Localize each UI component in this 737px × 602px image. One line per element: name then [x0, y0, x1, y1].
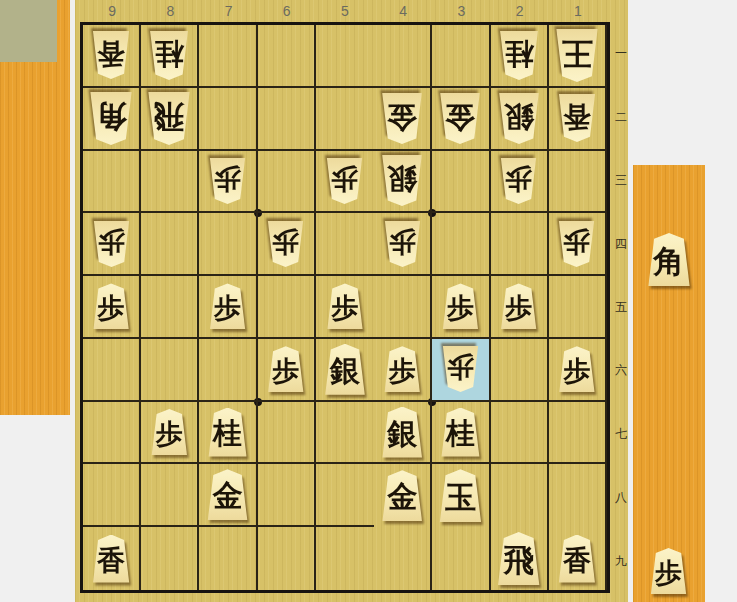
rank-label-4: 四: [611, 212, 631, 275]
board-cell-2-7[interactable]: [491, 402, 549, 465]
board-cell-6-1[interactable]: [258, 25, 316, 88]
piece-kanji: 歩: [648, 548, 689, 594]
file-label-1: 1: [549, 1, 607, 21]
shogi-piece-sente-pawn[interactable]: 歩: [382, 346, 423, 392]
board-cell-4-6[interactable]: 歩: [374, 339, 432, 402]
board-cell-5-3[interactable]: 歩: [316, 151, 374, 214]
piece-kanji: 桂: [147, 31, 191, 80]
shogi-piece-gote-pawn[interactable]: 歩: [91, 221, 132, 267]
shogi-piece-gote-pawn[interactable]: 歩: [207, 158, 248, 204]
board-cell-9-6[interactable]: [83, 339, 141, 402]
board-cell-2-6[interactable]: [491, 339, 549, 402]
board-cell-1-7[interactable]: [549, 402, 607, 465]
piece-kanji: 歩: [440, 346, 481, 392]
board-cell-3-4[interactable]: [432, 213, 490, 276]
board-cell-3-6[interactable]: 歩: [432, 339, 490, 402]
shogi-piece-gote-pawn[interactable]: 歩: [324, 158, 365, 204]
shogi-piece-sente-silver[interactable]: 銀: [379, 407, 425, 458]
hand-piece-sente-bishop[interactable]: 角: [645, 233, 693, 286]
shogi-piece-sente-knight[interactable]: 桂: [438, 408, 482, 457]
piece-kanji: 歩: [91, 283, 132, 329]
piece-kanji: 銀: [379, 155, 425, 206]
board-cell-8-4[interactable]: [141, 213, 199, 276]
board-cell-9-8[interactable]: [83, 464, 141, 527]
board-cell-7-6[interactable]: [199, 339, 257, 402]
board-cell-9-4[interactable]: 歩: [83, 213, 141, 276]
board-cell-7-3[interactable]: 歩: [199, 151, 257, 214]
file-label-3: 3: [432, 1, 490, 21]
file-label-2: 2: [491, 1, 549, 21]
board-cell-5-1[interactable]: [316, 25, 374, 88]
board-cell-3-9[interactable]: [432, 527, 490, 590]
board-cell-1-3[interactable]: [549, 151, 607, 214]
board-cell-1-2[interactable]: 香: [549, 88, 607, 151]
piece-kanji: 歩: [440, 283, 481, 329]
piece-kanji: 銀: [379, 407, 425, 458]
shogi-piece-gote-king[interactable]: 王: [553, 29, 601, 82]
piece-kanji: 香: [90, 31, 132, 79]
piece-kanji: 香: [556, 94, 598, 142]
board-panel: 987654321 一二三四五六七八九 香桂桂王角飛金金銀香歩歩銀歩歩歩歩歩歩歩…: [75, 0, 628, 602]
shogi-piece-gote-knight[interactable]: 桂: [497, 31, 541, 80]
shogi-piece-gote-pawn[interactable]: 歩: [382, 221, 423, 267]
board-cell-1-6[interactable]: 歩: [549, 339, 607, 402]
file-label-7: 7: [199, 1, 257, 21]
board-cell-7-8[interactable]: 金: [199, 464, 257, 527]
shogi-piece-gote-pawn[interactable]: 歩: [440, 346, 481, 392]
file-label-6: 6: [258, 1, 316, 21]
piece-kanji: 歩: [498, 283, 539, 329]
board-cell-3-5[interactable]: 歩: [432, 276, 490, 339]
piece-kanji: 歩: [265, 346, 306, 392]
board-cell-7-9[interactable]: [199, 527, 257, 590]
piece-kanji: 金: [379, 470, 425, 521]
piece-kanji: 歩: [207, 283, 248, 329]
shogi-piece-sente-lance[interactable]: 香: [556, 535, 598, 583]
shogi-piece-sente-pawn[interactable]: 歩: [440, 283, 481, 329]
shogi-piece-sente-lance[interactable]: 香: [90, 535, 132, 583]
piece-kanji: 歩: [265, 221, 306, 267]
board-cell-8-1[interactable]: 桂: [141, 25, 199, 88]
shogi-piece-sente-pawn[interactable]: 歩: [556, 346, 597, 392]
piece-kanji: 香: [90, 535, 132, 583]
piece-kanji: 歩: [498, 158, 539, 204]
shogi-piece-gote-lance[interactable]: 香: [556, 94, 598, 142]
gote-hand-tray: [0, 0, 70, 415]
piece-kanji: 歩: [207, 158, 248, 204]
piece-kanji: 玉: [436, 469, 484, 522]
board-cell-6-6[interactable]: 歩: [258, 339, 316, 402]
shogi-piece-gote-pawn[interactable]: 歩: [556, 221, 597, 267]
board-cell-6-8[interactable]: [258, 464, 316, 527]
board-cell-4-3[interactable]: 銀: [374, 151, 432, 214]
shogi-piece-gote-gold[interactable]: 金: [437, 93, 483, 144]
board-cell-7-2[interactable]: [199, 88, 257, 151]
piece-kanji: 歩: [556, 221, 597, 267]
piece-kanji: 桂: [206, 408, 250, 457]
board-cell-9-1[interactable]: 香: [83, 25, 141, 88]
piece-kanji: 歩: [324, 158, 365, 204]
board-cell-2-9[interactable]: 飛: [491, 527, 549, 590]
shogi-piece-sente-pawn[interactable]: 歩: [265, 346, 306, 392]
shogi-piece-sente-rook[interactable]: 飛: [495, 532, 543, 585]
board-cell-6-4[interactable]: 歩: [258, 213, 316, 276]
piece-kanji: 歩: [324, 283, 365, 329]
board-cell-5-7[interactable]: [316, 402, 374, 465]
piece-kanji: 金: [379, 93, 425, 144]
piece-kanji: 歩: [556, 346, 597, 392]
rank-label-9: 九: [611, 530, 631, 593]
board-cell-9-9[interactable]: 香: [83, 527, 141, 590]
shogi-piece-gote-silver[interactable]: 銀: [496, 93, 542, 144]
board-cell-9-3[interactable]: [83, 151, 141, 214]
piece-kanji: 桂: [438, 408, 482, 457]
shogi-piece-sente-pawn[interactable]: 歩: [324, 283, 365, 329]
board-cell-6-2[interactable]: [258, 88, 316, 151]
board-cell-6-5[interactable]: [258, 276, 316, 339]
board-cell-6-9[interactable]: [258, 527, 316, 590]
shogi-piece-gote-pawn[interactable]: 歩: [265, 221, 306, 267]
board-cell-5-5[interactable]: 歩: [316, 276, 374, 339]
board-cell-5-6[interactable]: 銀: [316, 339, 374, 402]
board-cell-2-5[interactable]: 歩: [491, 276, 549, 339]
shogi-piece-sente-king[interactable]: 玉: [436, 469, 484, 522]
board-cell-4-2[interactable]: 金: [374, 88, 432, 151]
shogi-piece-gote-rook[interactable]: 飛: [145, 92, 193, 145]
file-label-4: 4: [374, 1, 432, 21]
shogi-piece-sente-pawn[interactable]: 歩: [207, 283, 248, 329]
sente-hand-tray: 角歩: [633, 165, 705, 602]
file-label-9: 9: [83, 1, 141, 21]
shogi-app: 987654321 一二三四五六七八九 香桂桂王角飛金金銀香歩歩銀歩歩歩歩歩歩歩…: [0, 0, 737, 602]
shogi-piece-sente-gold[interactable]: 金: [379, 470, 425, 521]
shogi-piece-sente-pawn[interactable]: 歩: [149, 409, 190, 455]
piece-kanji: 飛: [495, 532, 543, 585]
board-cell-1-8[interactable]: [549, 464, 607, 527]
board-cell-7-1[interactable]: [199, 25, 257, 88]
board-cell-8-7[interactable]: 歩: [141, 402, 199, 465]
shogi-piece-gote-lance[interactable]: 香: [90, 31, 132, 79]
piece-kanji: 桂: [497, 31, 541, 80]
board-cell-2-3[interactable]: 歩: [491, 151, 549, 214]
shogi-piece-gote-silver[interactable]: 銀: [379, 155, 425, 206]
board-cell-3-7[interactable]: 桂: [432, 402, 490, 465]
file-labels: 987654321: [83, 1, 607, 21]
board-cell-3-2[interactable]: 金: [432, 88, 490, 151]
board-cell-8-2[interactable]: 飛: [141, 88, 199, 151]
board-cell-6-3[interactable]: [258, 151, 316, 214]
piece-kanji: 王: [553, 29, 601, 82]
board-cell-3-3[interactable]: [432, 151, 490, 214]
piece-kanji: 角: [645, 233, 693, 286]
board-cell-2-2[interactable]: 銀: [491, 88, 549, 151]
shogi-piece-gote-bishop[interactable]: 角: [87, 92, 135, 145]
piece-kanji: 金: [437, 93, 483, 144]
shogi-piece-sente-pawn[interactable]: 歩: [91, 283, 132, 329]
board-cell-9-7[interactable]: [83, 402, 141, 465]
board-cell-9-2[interactable]: 角: [83, 88, 141, 151]
board-cell-5-4[interactable]: [316, 213, 374, 276]
shogi-piece-gote-pawn[interactable]: 歩: [498, 158, 539, 204]
board-cell-7-4[interactable]: [199, 213, 257, 276]
board-cell-3-8[interactable]: 玉: [432, 464, 490, 527]
rank-label-6: 六: [611, 339, 631, 402]
piece-kanji: 歩: [382, 346, 423, 392]
board-cell-3-1[interactable]: [432, 25, 490, 88]
board-cell-8-8[interactable]: [141, 464, 199, 527]
shogi-piece-sente-silver[interactable]: 銀: [322, 344, 368, 395]
board-cell-1-5[interactable]: [549, 276, 607, 339]
board-cell-7-7[interactable]: 桂: [199, 402, 257, 465]
shogi-piece-sente-knight[interactable]: 桂: [206, 408, 250, 457]
board-cell-2-1[interactable]: 桂: [491, 25, 549, 88]
piece-kanji: 歩: [382, 221, 423, 267]
shogi-piece-gote-knight[interactable]: 桂: [147, 31, 191, 80]
piece-kanji: 香: [556, 535, 598, 583]
board-cell-4-1[interactable]: [374, 25, 432, 88]
board-cell-6-7[interactable]: [258, 402, 316, 465]
rank-label-7: 七: [611, 403, 631, 466]
piece-kanji: 飛: [145, 92, 193, 145]
board-cell-4-4[interactable]: 歩: [374, 213, 432, 276]
board-cell-2-4[interactable]: [491, 213, 549, 276]
file-label-8: 8: [141, 1, 199, 21]
board-cell-5-8[interactable]: [316, 464, 374, 527]
rank-labels: 一二三四五六七八九: [611, 22, 631, 593]
rank-label-2: 二: [611, 85, 631, 148]
board-cell-8-3[interactable]: [141, 151, 199, 214]
board-cell-4-7[interactable]: 銀: [374, 402, 432, 465]
piece-kanji: 金: [205, 469, 251, 520]
rank-label-1: 一: [611, 22, 631, 85]
piece-kanji: 角: [87, 92, 135, 145]
board-cell-5-2[interactable]: [316, 88, 374, 151]
board-cell-1-4[interactable]: 歩: [549, 213, 607, 276]
board-cell-2-8[interactable]: [491, 464, 549, 527]
board-cell-1-1[interactable]: 王: [549, 25, 607, 88]
piece-kanji: 歩: [91, 221, 132, 267]
piece-kanji: 銀: [322, 344, 368, 395]
board-cell-8-6[interactable]: [141, 339, 199, 402]
board-cell-4-9[interactable]: [374, 527, 432, 590]
board-cell-4-5[interactable]: [374, 276, 432, 339]
board-grid: 香桂桂王角飛金金銀香歩歩銀歩歩歩歩歩歩歩歩歩歩歩銀歩歩歩歩桂銀桂金金玉香飛香: [80, 22, 610, 593]
piece-kanji: 歩: [149, 409, 190, 455]
rank-label-8: 八: [611, 466, 631, 529]
piece-kanji: 銀: [496, 93, 542, 144]
rank-label-5: 五: [611, 276, 631, 339]
board-cell-9-5[interactable]: 歩: [83, 276, 141, 339]
rank-label-3: 三: [611, 149, 631, 212]
shogi-piece-sente-pawn[interactable]: 歩: [498, 283, 539, 329]
gote-avatar-placeholder: [0, 0, 57, 62]
board-cell-5-9[interactable]: [316, 527, 374, 590]
board-cell-8-5[interactable]: [141, 276, 199, 339]
hand-piece-sente-pawn[interactable]: 歩: [648, 548, 689, 594]
board-cell-8-9[interactable]: [141, 527, 199, 590]
shogi-piece-gote-gold[interactable]: 金: [379, 93, 425, 144]
file-label-5: 5: [316, 1, 374, 21]
board-cell-4-8[interactable]: 金: [374, 464, 432, 527]
board-cell-7-5[interactable]: 歩: [199, 276, 257, 339]
shogi-piece-sente-gold[interactable]: 金: [205, 469, 251, 520]
board-cell-1-9[interactable]: 香: [549, 527, 607, 590]
